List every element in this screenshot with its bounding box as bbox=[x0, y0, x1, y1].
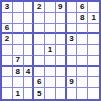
cell-r2c9-given: 1 bbox=[88, 13, 99, 24]
cell-r3c9[interactable] bbox=[88, 24, 99, 35]
cell-r2c1[interactable] bbox=[2, 13, 13, 24]
cell-r3c6[interactable] bbox=[56, 24, 67, 35]
cell-r1c4-given: 2 bbox=[34, 2, 45, 13]
cell-r3c5[interactable] bbox=[45, 24, 56, 35]
cell-r5c8[interactable] bbox=[77, 45, 88, 56]
cell-r4c1-given: 2 bbox=[2, 34, 13, 45]
cell-r8c3[interactable] bbox=[24, 77, 35, 88]
cell-r9c7[interactable] bbox=[67, 88, 78, 99]
cell-r7c9[interactable] bbox=[88, 67, 99, 78]
cell-r9c6[interactable] bbox=[56, 88, 67, 99]
cell-r9c2-given: 1 bbox=[13, 88, 24, 99]
cell-r1c6-given: 9 bbox=[56, 2, 67, 13]
cell-r5c7[interactable] bbox=[67, 45, 78, 56]
cell-r7c5[interactable] bbox=[45, 67, 56, 78]
cell-r4c7-given: 3 bbox=[67, 34, 78, 45]
cell-r5c6[interactable] bbox=[56, 45, 67, 56]
cell-r4c9[interactable] bbox=[88, 34, 99, 45]
cell-r2c2[interactable] bbox=[13, 13, 24, 24]
cell-r3c2[interactable] bbox=[13, 24, 24, 35]
cell-r3c4[interactable] bbox=[34, 24, 45, 35]
cell-r2c3[interactable] bbox=[24, 13, 35, 24]
cell-r1c3[interactable] bbox=[24, 2, 35, 13]
cell-r2c8-given: 8 bbox=[77, 13, 88, 24]
cell-r8c1[interactable] bbox=[2, 77, 13, 88]
cell-r7c6[interactable] bbox=[56, 67, 67, 78]
cell-r7c4[interactable] bbox=[34, 67, 45, 78]
cell-r5c9[interactable] bbox=[88, 45, 99, 56]
cell-r8c5[interactable] bbox=[45, 77, 56, 88]
cell-r6c3[interactable] bbox=[24, 56, 35, 67]
cell-r4c2[interactable] bbox=[13, 34, 24, 45]
cell-r2c6[interactable] bbox=[56, 13, 67, 24]
cell-r8c2[interactable] bbox=[13, 77, 24, 88]
cell-r4c5[interactable] bbox=[45, 34, 56, 45]
cell-r5c1[interactable] bbox=[2, 45, 13, 56]
cell-r7c2-given: 8 bbox=[13, 67, 24, 78]
sudoku-board: 32968162317846915 bbox=[0, 0, 101, 101]
cell-r5c2[interactable] bbox=[13, 45, 24, 56]
cell-r4c8[interactable] bbox=[77, 34, 88, 45]
cell-r6c6[interactable] bbox=[56, 56, 67, 67]
cell-r4c6[interactable] bbox=[56, 34, 67, 45]
cell-r2c5[interactable] bbox=[45, 13, 56, 24]
cell-r2c4[interactable] bbox=[34, 13, 45, 24]
cell-r1c8-given: 6 bbox=[77, 2, 88, 13]
cell-r8c7-given: 9 bbox=[67, 77, 78, 88]
cell-r6c9[interactable] bbox=[88, 56, 99, 67]
cell-r1c2[interactable] bbox=[13, 2, 24, 13]
cell-r8c9[interactable] bbox=[88, 77, 99, 88]
cell-r2c7[interactable] bbox=[67, 13, 78, 24]
cell-r3c8[interactable] bbox=[77, 24, 88, 35]
cell-r5c3[interactable] bbox=[24, 45, 35, 56]
cell-r6c2-given: 7 bbox=[13, 56, 24, 67]
cell-r7c1[interactable] bbox=[2, 67, 13, 78]
cell-r7c7[interactable] bbox=[67, 67, 78, 78]
cell-r4c4[interactable] bbox=[34, 34, 45, 45]
cell-r9c3[interactable] bbox=[24, 88, 35, 99]
cell-r8c8[interactable] bbox=[77, 77, 88, 88]
cell-r3c7[interactable] bbox=[67, 24, 78, 35]
cell-r4c3[interactable] bbox=[24, 34, 35, 45]
cell-r9c9[interactable] bbox=[88, 88, 99, 99]
cell-r1c5[interactable] bbox=[45, 2, 56, 13]
cell-r1c9[interactable] bbox=[88, 2, 99, 13]
cell-r6c8[interactable] bbox=[77, 56, 88, 67]
cell-r1c7[interactable] bbox=[67, 2, 78, 13]
cell-r3c1-given: 6 bbox=[2, 24, 13, 35]
cell-r9c1[interactable] bbox=[2, 88, 13, 99]
cell-r6c5[interactable] bbox=[45, 56, 56, 67]
cell-r1c1-given: 3 bbox=[2, 2, 13, 13]
cell-r6c1[interactable] bbox=[2, 56, 13, 67]
cell-r7c8[interactable] bbox=[77, 67, 88, 78]
cell-r7c3-given: 4 bbox=[24, 67, 35, 78]
cell-r9c4-given: 5 bbox=[34, 88, 45, 99]
cell-r5c5-given: 1 bbox=[45, 45, 56, 56]
cell-r8c4-given: 6 bbox=[34, 77, 45, 88]
cell-r6c7[interactable] bbox=[67, 56, 78, 67]
cell-r8c6[interactable] bbox=[56, 77, 67, 88]
cell-r3c3[interactable] bbox=[24, 24, 35, 35]
cell-r9c5[interactable] bbox=[45, 88, 56, 99]
cell-r6c4[interactable] bbox=[34, 56, 45, 67]
cell-r9c8[interactable] bbox=[77, 88, 88, 99]
cell-r5c4[interactable] bbox=[34, 45, 45, 56]
